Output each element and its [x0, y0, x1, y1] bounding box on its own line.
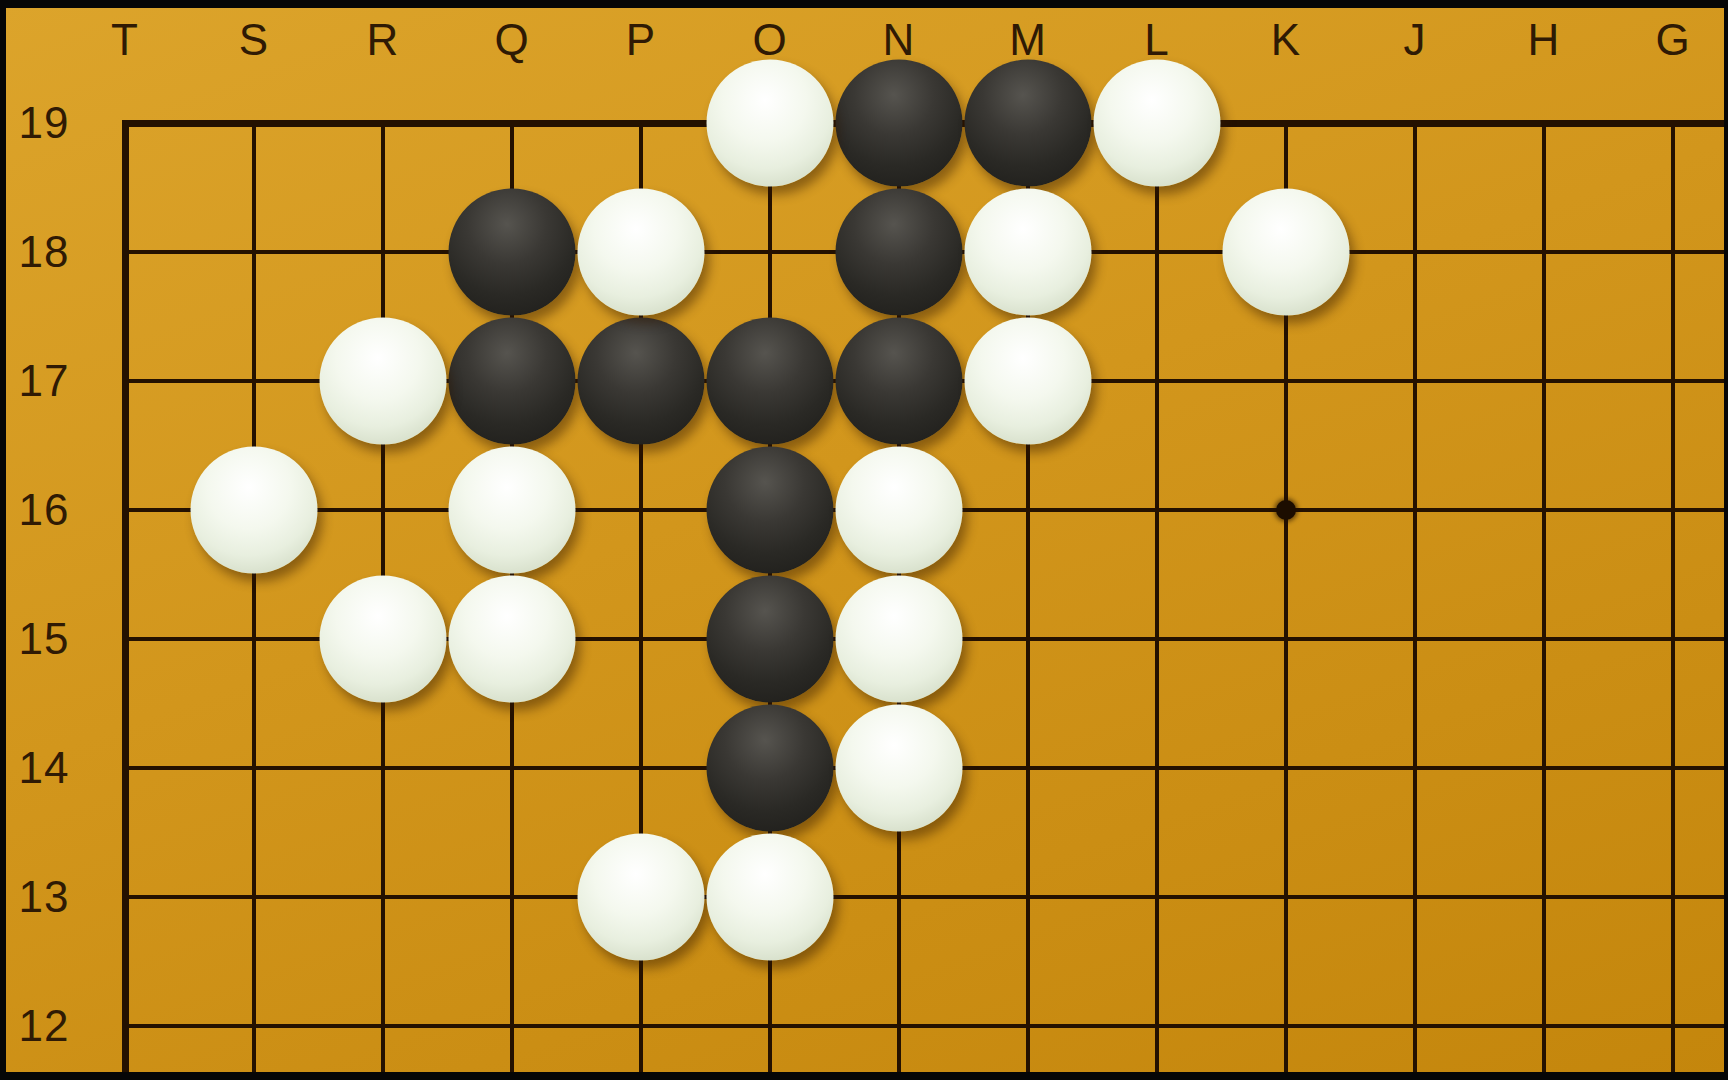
- stone-black-O14: [707, 705, 834, 832]
- stone-white-L19: [1094, 60, 1221, 187]
- column-label-S: S: [239, 18, 269, 62]
- letterbox-left: [0, 0, 6, 1080]
- column-label-N: N: [883, 18, 916, 62]
- row-label-14: 14: [19, 746, 70, 790]
- column-label-G: G: [1655, 18, 1690, 62]
- stone-white-Q16: [449, 447, 576, 574]
- stone-black-M19: [965, 60, 1092, 187]
- stone-white-Q15: [449, 576, 576, 703]
- grid-line-col-L: [1155, 120, 1159, 1072]
- stone-black-O15: [707, 576, 834, 703]
- stone-black-Q18: [449, 189, 576, 316]
- stone-white-R17: [320, 318, 447, 445]
- stone-black-N17: [836, 318, 963, 445]
- stone-white-P13: [578, 834, 705, 961]
- letterbox-bottom: [0, 1072, 1728, 1080]
- grid-line-col-G: [1671, 120, 1675, 1072]
- letterbox-right: [1724, 0, 1728, 1080]
- stone-black-N18: [836, 189, 963, 316]
- grid-line-col-T: [122, 120, 129, 1072]
- stone-black-Q17: [449, 318, 576, 445]
- column-label-P: P: [626, 18, 656, 62]
- stone-white-O13: [707, 834, 834, 961]
- stone-white-N14: [836, 705, 963, 832]
- grid-line-col-H: [1542, 120, 1546, 1072]
- grid-line-row-13: [122, 895, 1724, 899]
- stone-white-R15: [320, 576, 447, 703]
- grid-line-row-12: [122, 1024, 1724, 1028]
- star-point-K16: [1276, 500, 1296, 520]
- column-label-K: K: [1271, 18, 1301, 62]
- column-label-L: L: [1144, 18, 1169, 62]
- column-label-H: H: [1528, 18, 1561, 62]
- row-label-13: 13: [19, 875, 70, 919]
- column-label-O: O: [752, 18, 787, 62]
- stone-white-O19: [707, 60, 834, 187]
- grid-line-col-S: [252, 120, 256, 1072]
- stone-black-N19: [836, 60, 963, 187]
- stone-black-P17: [578, 318, 705, 445]
- column-label-J: J: [1404, 18, 1427, 62]
- letterbox-top: [0, 0, 1728, 8]
- column-label-M: M: [1009, 18, 1047, 62]
- row-label-12: 12: [19, 1004, 70, 1048]
- column-label-Q: Q: [494, 18, 529, 62]
- grid-line-col-J: [1413, 120, 1417, 1072]
- row-label-15: 15: [19, 617, 70, 661]
- stone-white-M17: [965, 318, 1092, 445]
- row-label-17: 17: [19, 359, 70, 403]
- stone-black-O16: [707, 447, 834, 574]
- row-label-19: 19: [19, 101, 70, 145]
- stone-white-S16: [191, 447, 318, 574]
- column-label-R: R: [367, 18, 400, 62]
- stone-white-N15: [836, 576, 963, 703]
- stone-black-O17: [707, 318, 834, 445]
- row-label-16: 16: [19, 488, 70, 532]
- stone-white-N16: [836, 447, 963, 574]
- row-label-18: 18: [19, 230, 70, 274]
- stone-white-K18: [1223, 189, 1350, 316]
- stone-white-M18: [965, 189, 1092, 316]
- stone-white-P18: [578, 189, 705, 316]
- column-label-T: T: [111, 18, 139, 62]
- go-board: TSRQPONMLKJHG1918171615141312: [0, 0, 1728, 1080]
